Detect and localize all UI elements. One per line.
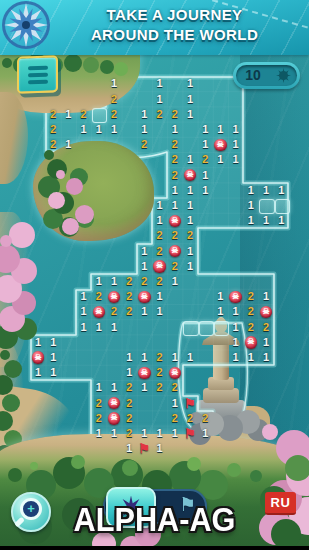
game-screen: 1112112122122121111111121221☠1212112☠111… <box>0 0 309 550</box>
number-cell[interactable]: 2 <box>46 137 61 152</box>
number-cell[interactable]: 1 <box>274 213 289 228</box>
number-cell[interactable]: 1 <box>167 122 182 137</box>
sea-mine-icon <box>276 68 291 83</box>
unrevealed-tile[interactable] <box>214 321 229 336</box>
number-cell[interactable]: 1 <box>76 289 91 304</box>
number-cell[interactable]: 1 <box>167 396 182 411</box>
number-cell[interactable]: 2 <box>137 137 152 152</box>
number-cell[interactable]: 1 <box>182 259 197 274</box>
number-cell[interactable]: 2 <box>182 228 197 243</box>
mine-marker[interactable]: ☠ <box>167 365 182 380</box>
number-cell[interactable]: 1 <box>30 365 45 380</box>
number-cell[interactable]: 2 <box>91 396 106 411</box>
number-cell[interactable]: 1 <box>122 365 137 380</box>
number-cell[interactable]: 1 <box>30 335 45 350</box>
watermark-text: ALPHA-AG <box>11 501 298 539</box>
mine-marker[interactable]: ☠ <box>167 213 182 228</box>
mine-marker[interactable]: ☠ <box>228 289 243 304</box>
hamburger-menu-icon <box>28 65 48 70</box>
number-cell[interactable]: 2 <box>167 259 182 274</box>
number-cell[interactable]: 1 <box>152 441 167 456</box>
number-cell[interactable]: 2 <box>46 107 61 122</box>
number-cell[interactable]: 1 <box>258 335 273 350</box>
mines-left-count: 10 <box>233 67 273 83</box>
number-cell[interactable]: 2 <box>167 137 182 152</box>
number-cell[interactable]: 1 <box>46 365 61 380</box>
number-cell[interactable]: 2 <box>198 411 213 426</box>
number-cell[interactable]: 1 <box>228 122 243 137</box>
number-cell[interactable]: 1 <box>228 137 243 152</box>
number-cell[interactable]: 2 <box>243 289 258 304</box>
number-cell[interactable]: 1 <box>106 320 121 335</box>
title-line-1: TAKE A JOURNEY <box>42 5 307 25</box>
number-cell[interactable]: 2 <box>152 107 167 122</box>
mine-marker[interactable]: ☠ <box>182 168 197 183</box>
number-cell[interactable]: 2 <box>182 411 197 426</box>
number-cell[interactable]: 2 <box>122 396 137 411</box>
number-cell[interactable]: 2 <box>122 304 137 319</box>
unrevealed-tile[interactable] <box>199 321 214 336</box>
number-cell[interactable]: 1 <box>91 380 106 395</box>
number-cell[interactable]: 1 <box>61 107 76 122</box>
number-cell[interactable]: 1 <box>182 107 197 122</box>
number-cell[interactable]: 1 <box>106 76 121 91</box>
number-cell[interactable]: 2 <box>152 365 167 380</box>
number-cell[interactable]: 1 <box>76 320 91 335</box>
number-cell[interactable]: 1 <box>137 380 152 395</box>
flag-marker[interactable]: ⚑ <box>137 441 152 456</box>
number-cell[interactable]: 1 <box>106 274 121 289</box>
number-cell[interactable]: 2 <box>258 320 273 335</box>
unrevealed-tile[interactable] <box>92 108 107 123</box>
number-cell[interactable]: 1 <box>106 380 121 395</box>
number-cell[interactable]: 1 <box>152 289 167 304</box>
number-cell[interactable]: 1 <box>243 183 258 198</box>
number-cell[interactable]: 2 <box>152 244 167 259</box>
number-cell[interactable]: 1 <box>243 198 258 213</box>
number-cell[interactable]: 1 <box>228 304 243 319</box>
number-cell[interactable]: 1 <box>152 198 167 213</box>
mine-marker[interactable]: ☠ <box>91 304 106 319</box>
number-cell[interactable]: 2 <box>122 411 137 426</box>
number-cell[interactable]: 1 <box>258 213 273 228</box>
number-cell[interactable]: 1 <box>91 122 106 137</box>
unrevealed-tile[interactable] <box>275 199 290 214</box>
number-cell[interactable]: 1 <box>258 289 273 304</box>
number-cell[interactable]: 1 <box>137 304 152 319</box>
number-cell[interactable]: 1 <box>137 426 152 441</box>
menu-button[interactable] <box>17 55 58 93</box>
number-cell[interactable]: 1 <box>106 122 121 137</box>
number-cell[interactable]: 2 <box>76 107 91 122</box>
number-cell[interactable]: 1 <box>122 350 137 365</box>
mine-marker[interactable]: ☠ <box>106 411 121 426</box>
number-cell[interactable]: 1 <box>198 168 213 183</box>
bottom-black-strip <box>0 546 309 550</box>
number-cell[interactable]: 1 <box>258 183 273 198</box>
number-cell[interactable]: 1 <box>152 213 167 228</box>
number-cell[interactable]: 1 <box>243 213 258 228</box>
mine-marker[interactable]: ☠ <box>137 365 152 380</box>
number-cell[interactable]: 1 <box>182 92 197 107</box>
number-cell[interactable]: 1 <box>167 350 182 365</box>
number-cell[interactable]: 1 <box>228 152 243 167</box>
number-cell[interactable]: 1 <box>122 441 137 456</box>
number-cell[interactable]: 1 <box>46 335 61 350</box>
number-cell[interactable]: 1 <box>198 183 213 198</box>
number-cell[interactable]: 1 <box>137 350 152 365</box>
number-cell[interactable]: 2 <box>122 289 137 304</box>
number-cell[interactable]: 1 <box>228 350 243 365</box>
number-cell[interactable]: 1 <box>91 320 106 335</box>
number-cell[interactable]: 1 <box>213 152 228 167</box>
number-cell[interactable]: 1 <box>213 122 228 137</box>
number-cell[interactable]: 2 <box>152 228 167 243</box>
number-cell[interactable]: 1 <box>76 304 91 319</box>
number-cell[interactable]: 2 <box>152 274 167 289</box>
number-cell[interactable]: 2 <box>106 107 121 122</box>
number-cell[interactable]: 1 <box>46 350 61 365</box>
number-cell[interactable]: 2 <box>122 426 137 441</box>
compass-rose-icon <box>0 0 55 54</box>
page-title: TAKE A JOURNEY AROUND THE WORLD <box>42 5 307 45</box>
number-cell[interactable]: 2 <box>106 92 121 107</box>
number-cell[interactable]: 2 <box>122 274 137 289</box>
mine-marker[interactable]: ☠ <box>106 289 121 304</box>
number-cell[interactable]: 1 <box>152 92 167 107</box>
number-cell[interactable]: 1 <box>198 426 213 441</box>
mine-marker[interactable]: ☠ <box>106 396 121 411</box>
number-cell[interactable]: 2 <box>167 152 182 167</box>
unrevealed-tile[interactable] <box>183 321 198 336</box>
number-cell[interactable]: 1 <box>243 350 258 365</box>
number-cell[interactable]: 1 <box>182 213 197 228</box>
number-cell[interactable]: 2 <box>137 274 152 289</box>
number-cell[interactable]: 1 <box>167 198 182 213</box>
mine-marker[interactable]: ☠ <box>213 137 228 152</box>
number-cell[interactable]: 2 <box>167 380 182 395</box>
number-cell[interactable]: 2 <box>198 152 213 167</box>
flag-marker[interactable]: ⚑ <box>182 426 197 441</box>
unrevealed-tile[interactable] <box>259 199 274 214</box>
number-cell[interactable]: 1 <box>182 76 197 91</box>
number-cell[interactable]: 2 <box>106 304 121 319</box>
number-cell[interactable]: 1 <box>213 304 228 319</box>
number-cell[interactable]: 1 <box>152 304 167 319</box>
number-cell[interactable]: 1 <box>228 320 243 335</box>
mine-counter-badge: 10 <box>233 62 300 89</box>
mine-marker[interactable]: ☠ <box>30 350 45 365</box>
number-cell[interactable]: 1 <box>76 122 91 137</box>
number-cell[interactable]: 1 <box>137 122 152 137</box>
number-cell[interactable]: 1 <box>152 76 167 91</box>
number-cell[interactable]: 1 <box>182 183 197 198</box>
number-cell[interactable]: 2 <box>243 320 258 335</box>
title-line-2: AROUND THE WORLD <box>42 25 307 45</box>
number-cell[interactable]: 1 <box>167 183 182 198</box>
number-cell[interactable]: 1 <box>91 426 106 441</box>
flag-marker[interactable]: ⚑ <box>182 396 197 411</box>
number-cell[interactable]: 1 <box>137 259 152 274</box>
number-cell[interactable]: 1 <box>274 183 289 198</box>
number-cell[interactable]: 1 <box>137 244 152 259</box>
number-cell[interactable]: 1 <box>258 350 273 365</box>
number-cell[interactable]: 1 <box>182 244 197 259</box>
number-cell[interactable]: 1 <box>152 426 167 441</box>
number-cell[interactable]: 2 <box>167 228 182 243</box>
number-cell[interactable]: 2 <box>243 304 258 319</box>
mine-marker[interactable]: ☠ <box>167 244 182 259</box>
number-cell[interactable]: 1 <box>167 274 182 289</box>
number-cell[interactable]: 1 <box>106 426 121 441</box>
number-cell[interactable]: 1 <box>167 426 182 441</box>
number-cell[interactable]: 2 <box>167 168 182 183</box>
number-cell[interactable]: 1 <box>228 335 243 350</box>
number-cell[interactable]: 2 <box>46 122 61 137</box>
number-cell[interactable]: 1 <box>137 107 152 122</box>
number-cell[interactable]: 1 <box>198 122 213 137</box>
number-cell[interactable]: 1 <box>182 152 197 167</box>
mine-marker[interactable]: ☠ <box>258 304 273 319</box>
number-cell[interactable]: 2 <box>167 107 182 122</box>
number-cell[interactable]: 2 <box>152 380 167 395</box>
number-cell[interactable]: 1 <box>182 350 197 365</box>
mine-marker[interactable]: ☠ <box>137 289 152 304</box>
number-cell[interactable]: 2 <box>152 350 167 365</box>
number-cell[interactable]: 1 <box>61 137 76 152</box>
number-cell[interactable]: 1 <box>213 289 228 304</box>
number-cell[interactable]: 1 <box>182 198 197 213</box>
number-cell[interactable]: 1 <box>198 137 213 152</box>
mine-marker[interactable]: ☠ <box>243 335 258 350</box>
number-cell[interactable]: 2 <box>122 380 137 395</box>
mine-marker[interactable]: ☠ <box>152 259 167 274</box>
number-cell[interactable]: 1 <box>91 274 106 289</box>
number-cell[interactable]: 2 <box>167 411 182 426</box>
number-cell[interactable]: 2 <box>91 289 106 304</box>
number-cell[interactable]: 2 <box>91 411 106 426</box>
